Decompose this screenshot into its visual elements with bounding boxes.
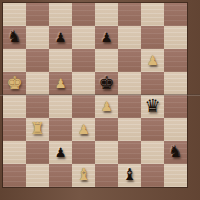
square-g4[interactable]: ♛ xyxy=(141,95,164,118)
square-f2[interactable] xyxy=(118,141,141,164)
square-h7[interactable] xyxy=(164,26,187,49)
square-g1[interactable] xyxy=(141,164,164,187)
square-c3[interactable] xyxy=(49,118,72,141)
piece-white-pawn[interactable]: ♟ xyxy=(55,76,67,89)
square-e6[interactable] xyxy=(95,49,118,72)
square-c8[interactable] xyxy=(49,3,72,26)
piece-black-queen[interactable]: ♛ xyxy=(144,97,160,115)
piece-black-knight[interactable]: ♞ xyxy=(168,144,182,160)
square-a3[interactable] xyxy=(3,118,26,141)
square-d1[interactable]: ♝ xyxy=(72,164,95,187)
square-a7[interactable]: ♞ xyxy=(3,26,26,49)
square-f5[interactable] xyxy=(118,72,141,95)
square-g3[interactable] xyxy=(141,118,164,141)
square-d3[interactable]: ♟ xyxy=(72,118,95,141)
piece-white-rook[interactable]: ♜ xyxy=(30,121,44,137)
piece-black-pawn[interactable]: ♟ xyxy=(55,145,67,158)
square-f6[interactable] xyxy=(118,49,141,72)
square-d2[interactable] xyxy=(72,141,95,164)
square-b6[interactable] xyxy=(26,49,49,72)
square-b3[interactable]: ♜ xyxy=(26,118,49,141)
piece-white-pawn[interactable]: ♟ xyxy=(78,122,90,135)
piece-black-knight[interactable]: ♞ xyxy=(7,29,21,45)
square-f3[interactable] xyxy=(118,118,141,141)
piece-black-king[interactable]: ♚ xyxy=(98,74,114,92)
square-g5[interactable] xyxy=(141,72,164,95)
square-e3[interactable] xyxy=(95,118,118,141)
square-f4[interactable] xyxy=(118,95,141,118)
square-b8[interactable] xyxy=(26,3,49,26)
square-d5[interactable] xyxy=(72,72,95,95)
square-a4[interactable] xyxy=(3,95,26,118)
square-e1[interactable] xyxy=(95,164,118,187)
square-h2[interactable]: ♞ xyxy=(164,141,187,164)
square-b1[interactable] xyxy=(26,164,49,187)
square-f7[interactable] xyxy=(118,26,141,49)
piece-white-pawn[interactable]: ♟ xyxy=(101,99,113,112)
square-e8[interactable] xyxy=(95,3,118,26)
square-c4[interactable] xyxy=(49,95,72,118)
square-e2[interactable] xyxy=(95,141,118,164)
square-f8[interactable] xyxy=(118,3,141,26)
square-d8[interactable] xyxy=(72,3,95,26)
piece-black-pawn[interactable]: ♟ xyxy=(101,30,113,43)
chess-board-photo: ♞♟♟♟♚♟♚♟♛♜♟♟♞♝♝ xyxy=(0,0,200,200)
square-c6[interactable] xyxy=(49,49,72,72)
board-fold-seam xyxy=(0,94,200,96)
square-a2[interactable] xyxy=(3,141,26,164)
square-e4[interactable]: ♟ xyxy=(95,95,118,118)
square-b7[interactable] xyxy=(26,26,49,49)
square-a5[interactable]: ♚ xyxy=(3,72,26,95)
piece-white-king[interactable]: ♚ xyxy=(6,74,22,92)
square-g8[interactable] xyxy=(141,3,164,26)
square-b2[interactable] xyxy=(26,141,49,164)
square-g7[interactable] xyxy=(141,26,164,49)
piece-black-pawn[interactable]: ♟ xyxy=(55,30,67,43)
square-g6[interactable]: ♟ xyxy=(141,49,164,72)
square-h3[interactable] xyxy=(164,118,187,141)
square-h4[interactable] xyxy=(164,95,187,118)
square-c7[interactable]: ♟ xyxy=(49,26,72,49)
square-a6[interactable] xyxy=(3,49,26,72)
square-h1[interactable] xyxy=(164,164,187,187)
square-b5[interactable] xyxy=(26,72,49,95)
square-d7[interactable] xyxy=(72,26,95,49)
square-c1[interactable] xyxy=(49,164,72,187)
square-e7[interactable]: ♟ xyxy=(95,26,118,49)
square-a1[interactable] xyxy=(3,164,26,187)
square-e5[interactable]: ♚ xyxy=(95,72,118,95)
piece-white-bishop[interactable]: ♝ xyxy=(76,167,90,183)
square-f1[interactable]: ♝ xyxy=(118,164,141,187)
square-b4[interactable] xyxy=(26,95,49,118)
piece-black-bishop[interactable]: ♝ xyxy=(122,167,136,183)
square-h8[interactable] xyxy=(164,3,187,26)
square-a8[interactable] xyxy=(3,3,26,26)
square-d4[interactable] xyxy=(72,95,95,118)
piece-white-pawn[interactable]: ♟ xyxy=(147,53,159,66)
square-d6[interactable] xyxy=(72,49,95,72)
square-g2[interactable] xyxy=(141,141,164,164)
square-h5[interactable] xyxy=(164,72,187,95)
square-h6[interactable] xyxy=(164,49,187,72)
square-c2[interactable]: ♟ xyxy=(49,141,72,164)
square-c5[interactable]: ♟ xyxy=(49,72,72,95)
